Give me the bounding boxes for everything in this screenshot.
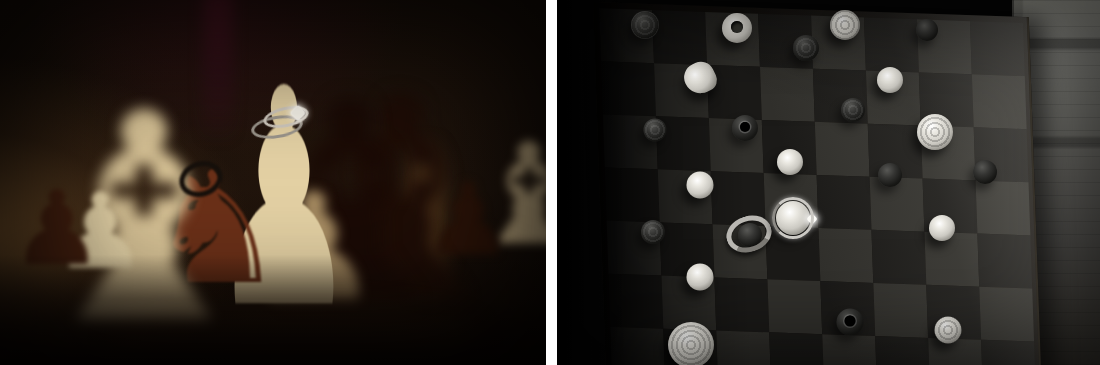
board-square <box>714 277 769 332</box>
black-pawn: ♟ <box>841 98 865 122</box>
black-rook-with-silver-band: ♜ <box>738 223 762 247</box>
board-square <box>875 336 930 365</box>
board-square <box>928 338 983 365</box>
left-photo-closeup: ♝♟♝♝♟♟♞♝♟♟ <box>0 0 546 365</box>
board-square <box>924 232 979 287</box>
black-bishop: ♝ <box>793 35 819 61</box>
white-queen: ♕ <box>917 114 953 150</box>
board-square <box>767 279 822 334</box>
board-square <box>818 228 873 283</box>
black-pawn: ♟ <box>878 163 902 187</box>
chessboard <box>593 2 1044 365</box>
table-surface <box>0 255 546 365</box>
board-square <box>822 334 877 365</box>
black-pawn: ♟ <box>973 160 997 184</box>
white-king-with-ring: ♔ <box>776 201 810 235</box>
board-square <box>652 10 707 65</box>
board-square <box>716 331 771 365</box>
photo-collage: ♝♟♝♝♟♟♞♝♟♟ ♝♖♘♝♗♟♙♟♜♟♕♙♙♟♟♟♜♔♙♙♕♜♙ <box>0 0 1100 365</box>
board-square <box>970 21 1025 76</box>
board-square <box>760 67 815 122</box>
board-square <box>605 168 660 223</box>
board-square <box>981 340 1036 365</box>
white-pawn: ♙ <box>935 317 962 344</box>
board-square <box>864 17 919 72</box>
black-rook: ♜ <box>732 115 758 141</box>
white-rook: ♖ <box>722 13 752 43</box>
board-square <box>977 234 1032 289</box>
black-bishop: ♝ <box>631 11 659 39</box>
black-rook: ♜ <box>837 309 864 336</box>
right-photo-overhead-board: ♝♖♘♝♗♟♙♟♜♟♕♙♙♟♟♟♜♔♙♙♕♜♙ <box>557 0 1100 365</box>
board-square <box>610 327 665 365</box>
black-pawn: ♟ <box>641 220 665 244</box>
board-square <box>976 180 1031 235</box>
board-square <box>972 74 1027 129</box>
white-queen: ♕ <box>668 322 714 365</box>
white-pawn: ♙ <box>687 172 714 199</box>
board-square <box>608 274 663 329</box>
white-bishop: ♗ <box>830 10 860 40</box>
white-pawn: ♙ <box>877 67 903 93</box>
board-square <box>979 287 1034 342</box>
board-square <box>817 175 872 230</box>
board-square <box>871 230 926 285</box>
board-square <box>815 122 870 177</box>
black-pawn: ♟ <box>916 19 938 41</box>
chessboard-grid <box>599 8 1036 365</box>
board-square <box>870 177 925 232</box>
board-square <box>873 283 928 338</box>
black-pawn: ♟ <box>644 119 667 142</box>
board-square <box>769 332 824 365</box>
white-pawn: ♙ <box>929 215 955 241</box>
white-pawn: ♙ <box>687 264 714 291</box>
board-square <box>601 61 656 116</box>
white-pawn: ♙ <box>777 149 803 175</box>
